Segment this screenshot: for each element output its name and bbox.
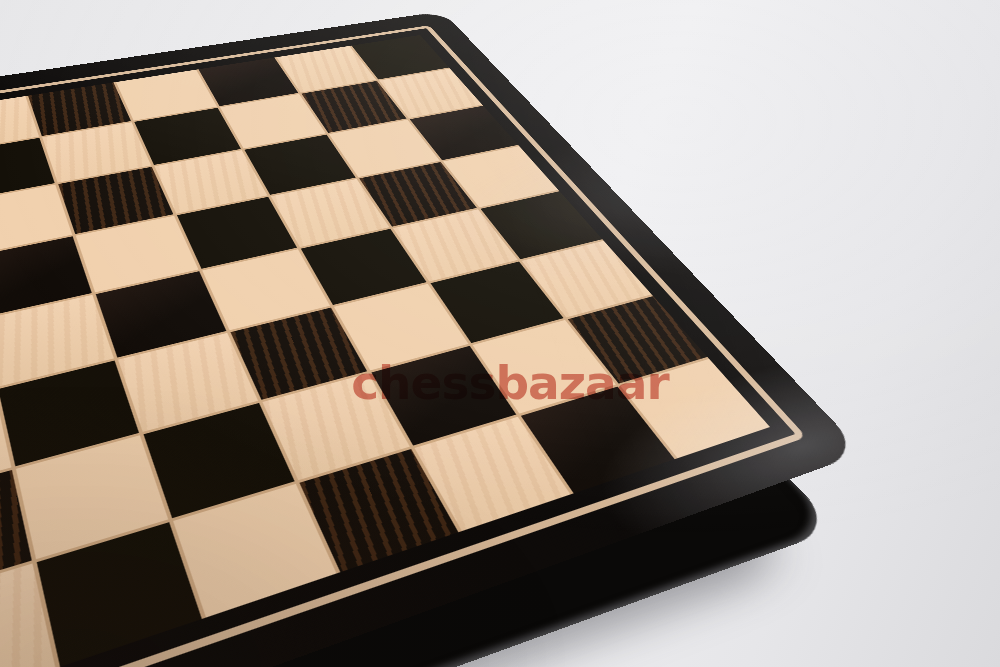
watermark-text: chessbazaar — [351, 355, 668, 410]
product-photo: chessbazaar — [0, 0, 1000, 667]
